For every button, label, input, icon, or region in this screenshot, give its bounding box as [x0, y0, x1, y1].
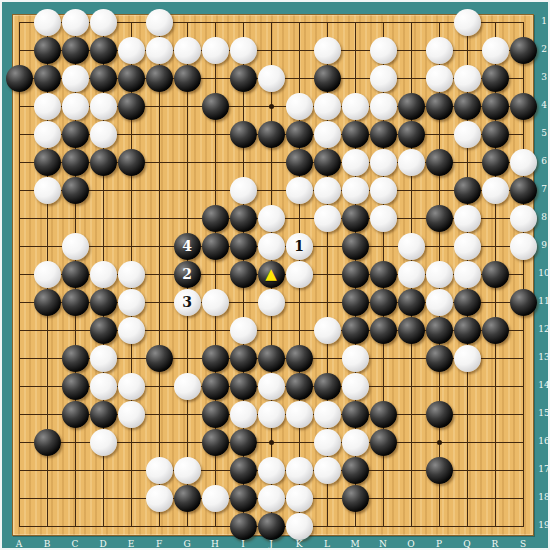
row-label: 15	[536, 408, 550, 418]
white-stone	[118, 373, 145, 400]
window-frame: 412▲3 ABCDEFGHIJKLMNOPQRS 12345678910111…	[0, 0, 550, 550]
white-stone	[146, 485, 173, 512]
white-stone	[230, 317, 257, 344]
white-stone	[62, 65, 89, 92]
black-stone	[62, 261, 89, 288]
white-stone	[454, 9, 481, 36]
row-label: 16	[536, 436, 550, 446]
row-label: 19	[536, 520, 550, 530]
hoshi-point	[437, 440, 442, 445]
black-stone	[230, 65, 257, 92]
white-stone	[286, 457, 313, 484]
black-stone	[370, 401, 397, 428]
white-stone	[174, 37, 201, 64]
column-label: O	[401, 539, 421, 549]
black-stone	[454, 317, 481, 344]
black-stone	[230, 121, 257, 148]
white-stone	[90, 121, 117, 148]
black-stone	[314, 149, 341, 176]
white-stone	[230, 37, 257, 64]
white-stone	[314, 205, 341, 232]
white-stone	[454, 121, 481, 148]
white-stone	[258, 485, 285, 512]
white-stone	[482, 177, 509, 204]
white-stone	[314, 457, 341, 484]
black-stone: ▲	[258, 261, 285, 288]
black-stone	[34, 429, 61, 456]
black-stone	[370, 289, 397, 316]
black-stone	[34, 37, 61, 64]
column-label: N	[373, 539, 393, 549]
black-stone	[230, 205, 257, 232]
black-stone	[202, 345, 229, 372]
white-stone	[510, 205, 537, 232]
white-stone	[370, 93, 397, 120]
black-stone	[90, 289, 117, 316]
black-stone	[426, 457, 453, 484]
white-stone	[258, 401, 285, 428]
black-stone	[90, 65, 117, 92]
black-stone	[342, 261, 369, 288]
move-number-label: 2	[182, 261, 192, 288]
white-stone	[398, 233, 425, 260]
black-stone	[90, 401, 117, 428]
white-stone	[510, 149, 537, 176]
white-stone	[286, 485, 313, 512]
black-stone	[286, 345, 313, 372]
white-stone	[286, 513, 313, 540]
white-stone	[118, 401, 145, 428]
column-label: R	[485, 539, 505, 549]
black-stone	[342, 485, 369, 512]
white-stone	[314, 93, 341, 120]
black-stone	[454, 177, 481, 204]
column-label: S	[513, 539, 533, 549]
column-label: G	[177, 539, 197, 549]
black-stone	[454, 93, 481, 120]
white-stone	[202, 485, 229, 512]
white-stone	[90, 93, 117, 120]
white-stone	[258, 65, 285, 92]
row-label: 1	[536, 16, 550, 26]
white-stone	[202, 289, 229, 316]
black-stone	[342, 289, 369, 316]
triangle-marker-icon: ▲	[265, 261, 277, 287]
black-stone	[342, 121, 369, 148]
column-label: B	[37, 539, 57, 549]
white-stone	[454, 261, 481, 288]
row-label: 10	[536, 268, 550, 278]
black-stone	[230, 261, 257, 288]
black-stone	[286, 373, 313, 400]
black-stone	[454, 289, 481, 316]
black-stone	[426, 345, 453, 372]
black-stone	[202, 401, 229, 428]
black-stone	[34, 149, 61, 176]
white-stone	[426, 289, 453, 316]
black-stone	[286, 149, 313, 176]
black-stone	[118, 65, 145, 92]
black-stone	[426, 317, 453, 344]
black-stone	[90, 149, 117, 176]
black-stone	[202, 429, 229, 456]
black-stone	[118, 149, 145, 176]
white-stone	[314, 177, 341, 204]
move-number-label: 4	[182, 233, 192, 260]
black-stone	[370, 261, 397, 288]
white-stone	[342, 345, 369, 372]
black-stone	[174, 485, 201, 512]
white-stone	[482, 37, 509, 64]
black-stone	[426, 401, 453, 428]
black-stone	[426, 205, 453, 232]
black-stone	[202, 93, 229, 120]
white-stone	[342, 149, 369, 176]
column-label: L	[317, 539, 337, 549]
black-stone	[342, 317, 369, 344]
white-stone	[398, 261, 425, 288]
white-stone	[258, 289, 285, 316]
black-stone	[370, 317, 397, 344]
black-stone	[314, 65, 341, 92]
black-stone	[230, 457, 257, 484]
white-stone	[90, 373, 117, 400]
black-stone	[510, 177, 537, 204]
white-stone	[34, 121, 61, 148]
black-stone	[62, 345, 89, 372]
black-stone	[342, 457, 369, 484]
white-stone	[286, 401, 313, 428]
white-stone	[90, 9, 117, 36]
white-stone	[174, 457, 201, 484]
white-stone: 3	[174, 289, 201, 316]
hoshi-point	[269, 440, 274, 445]
white-stone	[258, 457, 285, 484]
white-stone	[62, 233, 89, 260]
black-stone	[230, 429, 257, 456]
white-stone	[314, 37, 341, 64]
black-stone	[482, 317, 509, 344]
black-stone	[146, 65, 173, 92]
black-stone	[370, 121, 397, 148]
white-stone	[314, 317, 341, 344]
white-stone	[426, 65, 453, 92]
black-stone	[342, 205, 369, 232]
column-label: I	[233, 539, 253, 549]
move-number-label: 1	[294, 233, 304, 260]
white-stone	[146, 37, 173, 64]
move-number-label: 3	[182, 289, 192, 316]
black-stone	[202, 233, 229, 260]
black-stone	[258, 513, 285, 540]
white-stone	[314, 429, 341, 456]
black-stone	[398, 317, 425, 344]
black-stone: 2	[174, 261, 201, 288]
white-stone	[118, 317, 145, 344]
go-board[interactable]: 412▲3	[2, 2, 548, 548]
white-stone	[370, 205, 397, 232]
column-label: K	[289, 539, 309, 549]
row-label: 17	[536, 464, 550, 474]
black-stone	[258, 121, 285, 148]
black-stone	[230, 485, 257, 512]
row-label: 2	[536, 44, 550, 54]
white-stone	[370, 37, 397, 64]
black-stone	[6, 65, 33, 92]
white-stone	[258, 233, 285, 260]
black-stone	[62, 289, 89, 316]
white-stone	[230, 401, 257, 428]
white-stone	[286, 177, 313, 204]
column-label: Q	[457, 539, 477, 549]
column-label: E	[121, 539, 141, 549]
white-stone: 1	[286, 233, 313, 260]
row-label: 14	[536, 380, 550, 390]
black-stone	[510, 289, 537, 316]
white-stone	[230, 177, 257, 204]
white-stone	[62, 93, 89, 120]
white-stone	[314, 401, 341, 428]
black-stone	[62, 37, 89, 64]
black-stone	[314, 373, 341, 400]
white-stone	[118, 37, 145, 64]
black-stone	[202, 205, 229, 232]
black-stone	[370, 429, 397, 456]
black-stone	[258, 345, 285, 372]
white-stone	[342, 93, 369, 120]
white-stone	[510, 233, 537, 260]
white-stone	[370, 65, 397, 92]
black-stone	[62, 373, 89, 400]
white-stone	[342, 373, 369, 400]
white-stone	[202, 37, 229, 64]
white-stone	[34, 9, 61, 36]
black-stone	[62, 121, 89, 148]
white-stone	[146, 457, 173, 484]
black-stone	[482, 149, 509, 176]
white-stone	[454, 345, 481, 372]
white-stone	[342, 429, 369, 456]
black-stone	[230, 233, 257, 260]
white-stone	[90, 345, 117, 372]
black-stone	[90, 37, 117, 64]
white-stone	[258, 373, 285, 400]
black-stone	[118, 93, 145, 120]
black-stone	[62, 177, 89, 204]
black-stone	[34, 289, 61, 316]
white-stone	[34, 261, 61, 288]
row-label: 7	[536, 184, 550, 194]
black-stone	[482, 261, 509, 288]
white-stone	[286, 93, 313, 120]
black-stone	[342, 233, 369, 260]
black-stone	[230, 345, 257, 372]
black-stone	[286, 121, 313, 148]
black-stone	[398, 121, 425, 148]
black-stone	[426, 93, 453, 120]
column-label: J	[261, 539, 281, 549]
white-stone	[398, 149, 425, 176]
black-stone	[34, 65, 61, 92]
white-stone	[90, 261, 117, 288]
column-label: F	[149, 539, 169, 549]
white-stone	[314, 121, 341, 148]
column-label: A	[9, 539, 29, 549]
go-app-window: 412▲3 ABCDEFGHIJKLMNOPQRS 12345678910111…	[0, 0, 550, 550]
white-stone	[454, 233, 481, 260]
white-stone	[258, 205, 285, 232]
white-stone	[370, 149, 397, 176]
white-stone	[426, 37, 453, 64]
row-label: 5	[536, 128, 550, 138]
row-label: 8	[536, 212, 550, 222]
black-stone	[482, 65, 509, 92]
white-stone	[454, 205, 481, 232]
black-stone	[342, 401, 369, 428]
white-stone	[90, 429, 117, 456]
black-stone	[62, 401, 89, 428]
white-stone	[286, 261, 313, 288]
black-stone	[426, 149, 453, 176]
row-label: 6	[536, 156, 550, 166]
black-stone	[230, 373, 257, 400]
white-stone	[118, 289, 145, 316]
white-stone	[34, 93, 61, 120]
row-label: 9	[536, 240, 550, 250]
white-stone	[370, 177, 397, 204]
black-stone	[90, 317, 117, 344]
black-stone	[398, 289, 425, 316]
black-stone	[230, 513, 257, 540]
row-label: 3	[536, 72, 550, 82]
white-stone	[62, 9, 89, 36]
black-stone	[510, 93, 537, 120]
white-stone	[34, 177, 61, 204]
hoshi-point	[269, 104, 274, 109]
black-stone	[174, 65, 201, 92]
row-label: 13	[536, 352, 550, 362]
row-label: 4	[536, 100, 550, 110]
row-label: 11	[536, 296, 550, 306]
row-label: 18	[536, 492, 550, 502]
white-stone	[342, 177, 369, 204]
black-stone	[62, 149, 89, 176]
row-label: 12	[536, 324, 550, 334]
black-stone	[398, 93, 425, 120]
white-stone	[426, 261, 453, 288]
column-label: C	[65, 539, 85, 549]
column-label: M	[345, 539, 365, 549]
black-stone	[202, 373, 229, 400]
white-stone	[454, 65, 481, 92]
black-stone	[482, 93, 509, 120]
white-stone	[118, 261, 145, 288]
white-stone	[146, 9, 173, 36]
column-label: D	[93, 539, 113, 549]
black-stone	[510, 37, 537, 64]
black-stone	[482, 121, 509, 148]
black-stone: 4	[174, 233, 201, 260]
column-label: P	[429, 539, 449, 549]
column-label: H	[205, 539, 225, 549]
white-stone	[174, 373, 201, 400]
black-stone	[146, 345, 173, 372]
